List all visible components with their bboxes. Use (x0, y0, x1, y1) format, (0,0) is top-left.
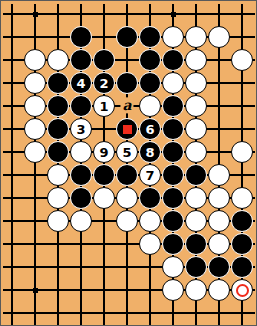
intersection (47, 233, 70, 256)
black-stone (47, 72, 69, 94)
white-stone (231, 187, 253, 209)
intersection (47, 164, 70, 187)
black-stone (208, 256, 230, 278)
intersection (1, 26, 24, 49)
white-stone (208, 233, 230, 255)
black-stone (231, 256, 253, 278)
intersection: 9 (93, 141, 116, 164)
white-stone (70, 210, 92, 232)
intersection (231, 72, 254, 95)
intersection (162, 187, 185, 210)
white-stone (162, 279, 184, 301)
intersection (162, 141, 185, 164)
black-stone (162, 233, 184, 255)
white-stone (208, 187, 230, 209)
intersection (116, 210, 139, 233)
intersection (231, 164, 254, 187)
white-stone (47, 187, 69, 209)
intersection: 5 (116, 141, 139, 164)
intersection (70, 233, 93, 256)
white-stone (185, 279, 207, 301)
white-stone (185, 72, 207, 94)
intersection (1, 49, 24, 72)
white-stone (116, 210, 138, 232)
intersection (139, 49, 162, 72)
intersection (208, 95, 231, 118)
intersection: 3 (70, 118, 93, 141)
intersection (47, 26, 70, 49)
white-stone (185, 187, 207, 209)
intersection (116, 26, 139, 49)
intersection (116, 49, 139, 72)
intersection (1, 3, 24, 26)
intersection (139, 256, 162, 279)
white-stone (185, 26, 207, 48)
white-stone (47, 210, 69, 232)
intersection (116, 279, 139, 302)
white-stone (139, 210, 161, 232)
intersection (162, 26, 185, 49)
white-stone-move-5: 5 (116, 141, 138, 163)
white-stone (93, 187, 115, 209)
intersection (24, 49, 47, 72)
intersection (185, 49, 208, 72)
intersection (185, 95, 208, 118)
black-stone-move-4: 4 (70, 72, 92, 94)
black-stone (47, 141, 69, 163)
black-stone (47, 118, 69, 140)
intersection (1, 118, 24, 141)
intersection (162, 302, 185, 325)
intersection (93, 118, 116, 141)
black-stone (116, 164, 138, 186)
intersection (231, 210, 254, 233)
black-stone (93, 49, 115, 71)
black-stone (231, 233, 253, 255)
intersection (208, 3, 231, 26)
intersection: 1 (93, 95, 116, 118)
black-stone (93, 164, 115, 186)
intersection (231, 256, 254, 279)
intersection (1, 95, 24, 118)
white-stone-move-3: 3 (70, 118, 92, 140)
intersection (1, 72, 24, 95)
intersection (47, 279, 70, 302)
white-stone (116, 187, 138, 209)
white-stone (185, 118, 207, 140)
intersection (24, 3, 47, 26)
intersection (47, 210, 70, 233)
black-stone-move-8: 8 (139, 141, 161, 163)
white-stone (185, 141, 207, 163)
black-stone (231, 210, 253, 232)
white-stone (185, 49, 207, 71)
intersection (139, 302, 162, 325)
white-stone (231, 279, 253, 301)
intersection (1, 210, 24, 233)
intersection (116, 187, 139, 210)
intersection (70, 3, 93, 26)
intersection (116, 118, 139, 141)
intersection (24, 118, 47, 141)
intersection (93, 3, 116, 26)
black-stone (70, 26, 92, 48)
intersection (1, 279, 24, 302)
intersection (70, 256, 93, 279)
black-stone (70, 164, 92, 186)
intersection (162, 164, 185, 187)
intersection (116, 3, 139, 26)
white-stone (208, 210, 230, 232)
white-stone-move-7: 7 (139, 164, 161, 186)
black-stone (116, 118, 138, 140)
intersection (162, 233, 185, 256)
intersection (24, 302, 47, 325)
intersection (70, 187, 93, 210)
white-stone (231, 49, 253, 71)
intersection (231, 279, 254, 302)
black-stone (70, 187, 92, 209)
red-circle-marker (236, 284, 249, 297)
intersection (208, 141, 231, 164)
white-stone (24, 118, 46, 140)
black-stone (162, 95, 184, 117)
intersection (47, 49, 70, 72)
black-stone-move-6: 6 (139, 118, 161, 140)
intersection (162, 72, 185, 95)
intersection (231, 233, 254, 256)
intersection (70, 49, 93, 72)
intersection (231, 95, 254, 118)
intersection (208, 302, 231, 325)
go-board-diagram: 421a369587 (0, 0, 257, 326)
black-stone (185, 164, 207, 186)
board-cells: 421a369587 (1, 3, 254, 325)
intersection (139, 3, 162, 26)
intersection (70, 164, 93, 187)
black-stone (70, 95, 92, 117)
white-stone (162, 72, 184, 94)
intersection (162, 95, 185, 118)
intersection: 7 (139, 164, 162, 187)
intersection (70, 141, 93, 164)
intersection (139, 26, 162, 49)
intersection (162, 49, 185, 72)
intersection (162, 279, 185, 302)
black-stone (139, 49, 161, 71)
intersection (93, 26, 116, 49)
intersection (93, 187, 116, 210)
red-square-marker (123, 125, 132, 134)
black-stone (70, 49, 92, 71)
white-stone (47, 49, 69, 71)
intersection (47, 256, 70, 279)
intersection (24, 256, 47, 279)
intersection (1, 141, 24, 164)
white-stone (162, 256, 184, 278)
intersection (116, 72, 139, 95)
intersection (93, 49, 116, 72)
intersection (47, 3, 70, 26)
intersection (162, 118, 185, 141)
intersection: 6 (139, 118, 162, 141)
intersection (208, 256, 231, 279)
intersection (116, 256, 139, 279)
black-stone (162, 187, 184, 209)
intersection (47, 72, 70, 95)
intersection (47, 302, 70, 325)
intersection (185, 72, 208, 95)
intersection (70, 95, 93, 118)
white-stone (24, 95, 46, 117)
intersection (24, 26, 47, 49)
white-stone-move-1: 1 (93, 95, 115, 117)
white-stone (185, 95, 207, 117)
intersection (208, 72, 231, 95)
intersection: 4 (70, 72, 93, 95)
point-label-a: a (120, 97, 133, 113)
intersection (208, 118, 231, 141)
intersection (208, 233, 231, 256)
intersection (1, 233, 24, 256)
intersection (93, 164, 116, 187)
black-stone (139, 72, 161, 94)
white-stone (185, 210, 207, 232)
intersection (47, 118, 70, 141)
intersection (24, 164, 47, 187)
intersection (231, 141, 254, 164)
intersection (185, 26, 208, 49)
intersection (47, 187, 70, 210)
intersection (185, 3, 208, 26)
white-stone (162, 26, 184, 48)
intersection (231, 302, 254, 325)
intersection (162, 3, 185, 26)
intersection (208, 187, 231, 210)
intersection (208, 49, 231, 72)
black-stone (162, 49, 184, 71)
white-stone (70, 141, 92, 163)
intersection (208, 164, 231, 187)
intersection (24, 95, 47, 118)
intersection (70, 26, 93, 49)
black-stone (162, 118, 184, 140)
intersection (185, 279, 208, 302)
intersection (185, 141, 208, 164)
intersection (1, 302, 24, 325)
white-stone (47, 164, 69, 186)
intersection (231, 49, 254, 72)
intersection (208, 279, 231, 302)
intersection (24, 210, 47, 233)
intersection (208, 210, 231, 233)
black-stone (162, 210, 184, 232)
black-stone (116, 26, 138, 48)
intersection (47, 141, 70, 164)
intersection: a (116, 95, 139, 118)
intersection (231, 26, 254, 49)
black-stone (162, 141, 184, 163)
intersection (139, 72, 162, 95)
intersection (185, 256, 208, 279)
intersection (93, 210, 116, 233)
intersection (93, 233, 116, 256)
black-stone (47, 95, 69, 117)
intersection: 8 (139, 141, 162, 164)
intersection (185, 233, 208, 256)
intersection (93, 256, 116, 279)
intersection (70, 302, 93, 325)
white-stone (139, 233, 161, 255)
intersection (139, 233, 162, 256)
intersection (1, 256, 24, 279)
intersection (185, 118, 208, 141)
black-stone (139, 26, 161, 48)
white-stone (24, 141, 46, 163)
intersection (24, 141, 47, 164)
intersection (24, 279, 47, 302)
intersection (24, 72, 47, 95)
black-stone-move-2: 2 (93, 72, 115, 94)
intersection (139, 210, 162, 233)
black-stone (162, 164, 184, 186)
black-stone (116, 72, 138, 94)
intersection (70, 210, 93, 233)
intersection (1, 164, 24, 187)
intersection (231, 187, 254, 210)
intersection (185, 210, 208, 233)
intersection (185, 164, 208, 187)
intersection (139, 187, 162, 210)
intersection (185, 187, 208, 210)
intersection (185, 302, 208, 325)
white-stone-move-9: 9 (93, 141, 115, 163)
intersection (116, 302, 139, 325)
intersection (139, 95, 162, 118)
black-stone (185, 256, 207, 278)
intersection (116, 164, 139, 187)
intersection (116, 233, 139, 256)
intersection (231, 118, 254, 141)
white-stone (208, 164, 230, 186)
intersection (24, 187, 47, 210)
intersection (162, 256, 185, 279)
intersection (162, 210, 185, 233)
intersection (93, 279, 116, 302)
white-stone (24, 49, 46, 71)
intersection (1, 187, 24, 210)
white-stone (139, 95, 161, 117)
hoshi-star-point (33, 12, 38, 17)
intersection: 2 (93, 72, 116, 95)
intersection (93, 302, 116, 325)
intersection (24, 233, 47, 256)
black-stone (185, 233, 207, 255)
intersection (208, 26, 231, 49)
intersection (139, 279, 162, 302)
black-stone (139, 187, 161, 209)
hoshi-star-point (171, 12, 176, 17)
hoshi-star-point (33, 288, 38, 293)
white-stone (208, 26, 230, 48)
intersection (231, 3, 254, 26)
white-stone (24, 72, 46, 94)
intersection (47, 95, 70, 118)
intersection (70, 279, 93, 302)
white-stone (231, 141, 253, 163)
white-stone (208, 279, 230, 301)
